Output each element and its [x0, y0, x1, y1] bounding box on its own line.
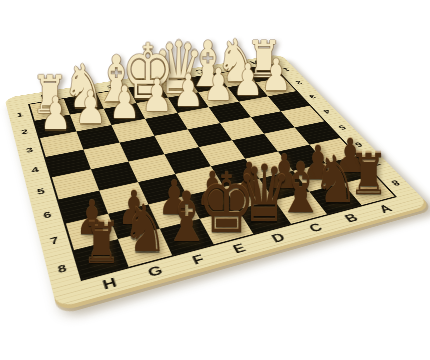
coord-file-bottom-E: E: [231, 242, 248, 256]
coord-file-top-B: B: [221, 64, 233, 70]
coord-rank-left-7: 7: [49, 235, 60, 246]
coord-file-top-G: G: [72, 87, 84, 94]
coord-rank-right-3: 3: [308, 94, 318, 100]
coord-rank-left-2: 2: [20, 128, 28, 135]
coord-file-bottom-F: F: [190, 253, 206, 267]
coord-file-bottom-H: H: [101, 276, 118, 292]
coord-file-bottom-A: A: [377, 203, 395, 215]
coord-file-bottom-C: C: [307, 221, 325, 234]
chess-board: 11HH22GG33FF44EE55DD66CC77BB88AA: [4, 54, 429, 308]
coord-file-bottom-G: G: [146, 264, 165, 279]
board-grid: [28, 64, 397, 281]
coord-file-top-D: D: [165, 73, 177, 80]
coord-rank-left-1: 1: [16, 111, 24, 117]
coord-rank-left-5: 5: [36, 187, 45, 196]
coord-rank-right-8: 8: [389, 179, 401, 187]
coord-rank-left-4: 4: [30, 166, 39, 174]
coord-rank-right-1: 1: [282, 67, 291, 72]
coord-file-top-C: C: [193, 68, 205, 74]
chess-set-photo: 11HH22GG33FF44EE55DD66CC77BB88AA ♜♞♝♛♚♝♞…: [0, 0, 430, 360]
coord-file-bottom-B: B: [342, 212, 360, 224]
coord-file-bottom-D: D: [269, 231, 287, 244]
coord-rank-right-4: 4: [322, 108, 332, 114]
coord-rank-left-8: 8: [57, 262, 68, 274]
coord-rank-right-5: 5: [337, 124, 347, 130]
coord-rank-right-7: 7: [371, 159, 383, 167]
coord-rank-left-6: 6: [42, 210, 52, 220]
coord-rank-left-3: 3: [25, 146, 34, 154]
coord-rank-right-2: 2: [294, 80, 303, 85]
coord-file-top-F: F: [105, 82, 115, 89]
coord-rank-right-6: 6: [353, 141, 364, 148]
coord-file-top-H: H: [39, 93, 51, 100]
coord-file-top-A: A: [248, 60, 260, 66]
coord-file-top-E: E: [135, 78, 146, 85]
